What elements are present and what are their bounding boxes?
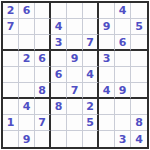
- cell-r2c8-empty[interactable]: [115, 19, 131, 35]
- cell-r6c4-empty[interactable]: [51, 83, 67, 99]
- cell-r4c2-given: 2: [19, 51, 35, 67]
- cell-r4c1-empty[interactable]: [3, 51, 19, 67]
- cell-r4c4-empty[interactable]: [51, 51, 67, 67]
- cell-r9c4-empty[interactable]: [51, 131, 67, 147]
- cell-r5c5-empty[interactable]: [67, 67, 83, 83]
- cell-r1c1-given: 2: [3, 3, 19, 19]
- cell-r9c3-empty[interactable]: [35, 131, 51, 147]
- cell-r7c4-given: 8: [51, 99, 67, 115]
- cell-r2c9-given: 5: [131, 19, 147, 35]
- cell-r1c8-given: 4: [115, 3, 131, 19]
- cell-r8c7-empty[interactable]: [99, 115, 115, 131]
- cell-r3c4-given: 3: [51, 35, 67, 51]
- cell-r8c8-empty[interactable]: [115, 115, 131, 131]
- cell-r5c4-given: 6: [51, 67, 67, 83]
- cell-r8c6-given: 5: [83, 115, 99, 131]
- cell-r7c9-empty[interactable]: [131, 99, 147, 115]
- cell-r5c1-empty[interactable]: [3, 67, 19, 83]
- cell-r8c5-empty[interactable]: [67, 115, 83, 131]
- cell-r1c2-given: 6: [19, 3, 35, 19]
- cell-r3c7-empty[interactable]: [99, 35, 115, 51]
- cell-r5c3-empty[interactable]: [35, 67, 51, 83]
- cell-r8c1-given: 1: [3, 115, 19, 131]
- cell-r2c3-empty[interactable]: [35, 19, 51, 35]
- cell-r6c8-given: 9: [115, 83, 131, 99]
- cell-r2c4-given: 4: [51, 19, 67, 35]
- cell-r2c1-given: 7: [3, 19, 19, 35]
- cell-r3c5-empty[interactable]: [67, 35, 83, 51]
- cell-r4c5-given: 9: [67, 51, 83, 67]
- cell-r9c5-empty[interactable]: [67, 131, 83, 147]
- cell-r2c6-empty[interactable]: [83, 19, 99, 35]
- cell-r7c5-empty[interactable]: [67, 99, 83, 115]
- cell-r8c4-empty[interactable]: [51, 115, 67, 131]
- cell-r4c3-given: 6: [35, 51, 51, 67]
- cell-r4c9-empty[interactable]: [131, 51, 147, 67]
- cell-r9c6-empty[interactable]: [83, 131, 99, 147]
- cell-r9c9-given: 4: [131, 131, 147, 147]
- cell-r1c7-empty[interactable]: [99, 3, 115, 19]
- cell-r6c2-empty[interactable]: [19, 83, 35, 99]
- cell-r2c7-given: 9: [99, 19, 115, 35]
- cell-r3c6-given: 7: [83, 35, 99, 51]
- cell-r4c8-empty[interactable]: [115, 51, 131, 67]
- cell-r9c7-empty[interactable]: [99, 131, 115, 147]
- cell-r1c5-empty[interactable]: [67, 3, 83, 19]
- cell-r7c3-empty[interactable]: [35, 99, 51, 115]
- cell-r2c5-empty[interactable]: [67, 19, 83, 35]
- cell-r9c8-given: 3: [115, 131, 131, 147]
- cell-r5c6-given: 4: [83, 67, 99, 83]
- cell-r6c7-given: 4: [99, 83, 115, 99]
- cell-r4c7-given: 3: [99, 51, 115, 67]
- cell-r6c1-empty[interactable]: [3, 83, 19, 99]
- cell-r7c7-empty[interactable]: [99, 99, 115, 115]
- cell-r7c1-empty[interactable]: [3, 99, 19, 115]
- cell-r5c9-empty[interactable]: [131, 67, 147, 83]
- cell-r9c1-empty[interactable]: [3, 131, 19, 147]
- sudoku-board: 264749537626936487494821758934: [1, 1, 149, 149]
- cell-r1c9-empty[interactable]: [131, 3, 147, 19]
- cell-r3c2-empty[interactable]: [19, 35, 35, 51]
- cell-r6c5-given: 7: [67, 83, 83, 99]
- cell-r8c2-empty[interactable]: [19, 115, 35, 131]
- cell-r1c3-empty[interactable]: [35, 3, 51, 19]
- cell-r8c3-given: 7: [35, 115, 51, 131]
- cell-r6c6-empty[interactable]: [83, 83, 99, 99]
- cell-r7c2-given: 4: [19, 99, 35, 115]
- cell-r3c3-empty[interactable]: [35, 35, 51, 51]
- cell-r3c9-empty[interactable]: [131, 35, 147, 51]
- cell-r5c7-empty[interactable]: [99, 67, 115, 83]
- cell-r5c8-empty[interactable]: [115, 67, 131, 83]
- cell-r5c2-empty[interactable]: [19, 67, 35, 83]
- cell-r9c2-given: 9: [19, 131, 35, 147]
- cell-r8c9-given: 8: [131, 115, 147, 131]
- cell-r6c9-empty[interactable]: [131, 83, 147, 99]
- cell-r2c2-empty[interactable]: [19, 19, 35, 35]
- cell-r3c8-given: 6: [115, 35, 131, 51]
- cell-r1c4-empty[interactable]: [51, 3, 67, 19]
- cell-r1c6-empty[interactable]: [83, 3, 99, 19]
- cell-r6c3-given: 8: [35, 83, 51, 99]
- cell-r4c6-empty[interactable]: [83, 51, 99, 67]
- cell-r7c6-given: 2: [83, 99, 99, 115]
- cell-r7c8-empty[interactable]: [115, 99, 131, 115]
- cell-r3c1-empty[interactable]: [3, 35, 19, 51]
